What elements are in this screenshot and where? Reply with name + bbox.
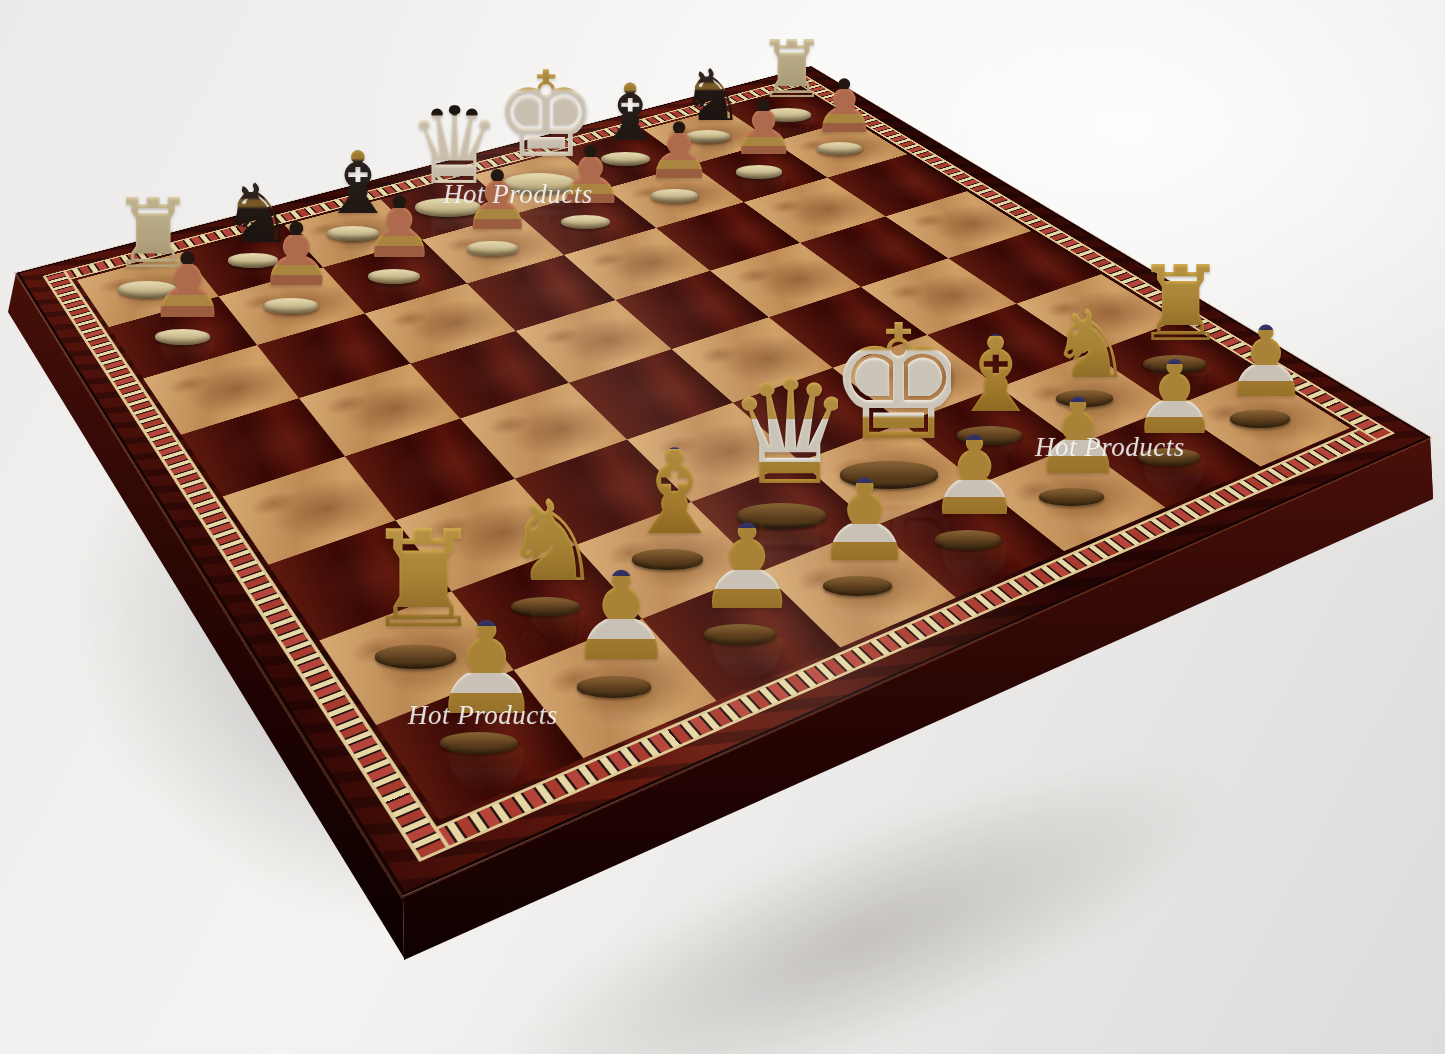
scene: ♜♜♞♞♝♝♛♛♚♚♝♝♞♞♜♜♟♟♟♟♟♟♟♟♟♟♟♟♟♟♟♟♜♜♞♞♝♝♛♛… [0,0,1445,1054]
chess-board [77,88,1350,820]
